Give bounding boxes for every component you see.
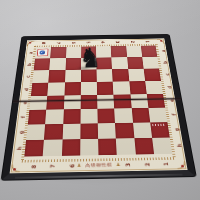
square-h3 <box>116 138 135 155</box>
square-a1 <box>141 46 158 57</box>
brand-sticker <box>37 49 48 57</box>
square-a3 <box>111 46 127 57</box>
corner-flourish-icon <box>26 40 35 46</box>
blue-emblem-icon <box>39 50 45 54</box>
square-g7 <box>44 124 63 140</box>
square-c1 <box>143 68 161 81</box>
pawn-ornament-icon: ♟ <box>116 162 121 166</box>
board-border-band: 87654321 87654321 abcdefgh abcdefgh ♞ ♟ … <box>10 38 188 173</box>
square-c8 <box>32 70 49 83</box>
square-g5 <box>80 123 98 139</box>
square-h2 <box>134 138 154 155</box>
square-f7 <box>45 109 63 124</box>
square-c3 <box>112 69 129 82</box>
square-f1 <box>148 108 167 123</box>
corner-flourish-icon <box>156 38 165 44</box>
square-c6 <box>65 70 81 83</box>
square-a6 <box>66 47 81 58</box>
square-g4 <box>98 123 116 139</box>
square-g6 <box>62 124 80 140</box>
square-h7 <box>43 139 62 156</box>
square-d3 <box>113 81 130 94</box>
square-d6 <box>64 82 81 95</box>
square-f5 <box>80 109 97 124</box>
square-f3 <box>114 108 132 123</box>
square-c7 <box>48 70 65 83</box>
square-b2 <box>127 57 144 69</box>
square-f2 <box>131 108 150 123</box>
square-h6 <box>61 139 80 156</box>
caption-text: 高级磁性棋 <box>83 162 114 168</box>
square-h5 <box>80 139 99 156</box>
square-d8 <box>31 83 49 96</box>
square-f4 <box>97 108 115 123</box>
chessboard: 87654321 87654321 abcdefgh abcdefgh ♞ ♟ … <box>2 35 196 180</box>
black-knight: ♞ <box>80 47 97 68</box>
square-b7 <box>49 58 65 70</box>
square-f6 <box>63 109 81 124</box>
square-a2 <box>126 46 142 57</box>
square-b3 <box>112 57 128 69</box>
square-b1 <box>142 57 159 69</box>
square-d1 <box>145 81 163 94</box>
square-d7 <box>47 82 64 95</box>
pawn-ornament-icon: ♟ <box>77 163 81 167</box>
square-d2 <box>129 81 147 94</box>
square-g2 <box>133 122 152 138</box>
board-scene: 87654321 87654321 abcdefgh abcdefgh ♞ ♟ … <box>2 35 196 180</box>
square-c2 <box>128 69 145 82</box>
square-d4 <box>97 82 114 95</box>
square-f8 <box>28 110 47 125</box>
square-a7 <box>50 47 66 58</box>
square-g8 <box>26 124 45 140</box>
photo-background: 87654321 87654321 abcdefgh abcdefgh ♞ ♟ … <box>0 0 200 200</box>
square-h1 <box>152 138 172 155</box>
brand-print-strip <box>152 124 165 126</box>
square-b8 <box>34 58 51 70</box>
square-g3 <box>115 123 134 139</box>
square-d5 <box>81 82 98 95</box>
square-h4 <box>98 138 117 155</box>
square-h8 <box>24 140 44 157</box>
